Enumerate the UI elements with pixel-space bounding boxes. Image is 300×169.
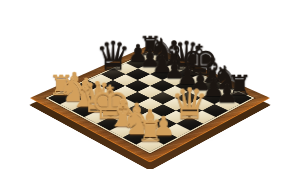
square-h1: ♜ (136, 137, 163, 151)
piece-glyph: ♜ (128, 117, 171, 147)
piece-glyph: ♛ (94, 37, 132, 76)
chess-set-product-photo: ♜♞♝♛♚♝♞♜♟♟♟♟♟♟♟♟♛♛♟♟♟♟♟♟♟♟♜♞♝♛♚♝♞♜ (0, 0, 300, 169)
chess-board: ♜♞♝♛♚♝♞♜♟♟♟♟♟♟♟♟♛♛♟♟♟♟♟♟♟♟♜♞♝♛♚♝♞♜ (30, 45, 270, 163)
piece-glyph: ♟ (207, 81, 247, 106)
